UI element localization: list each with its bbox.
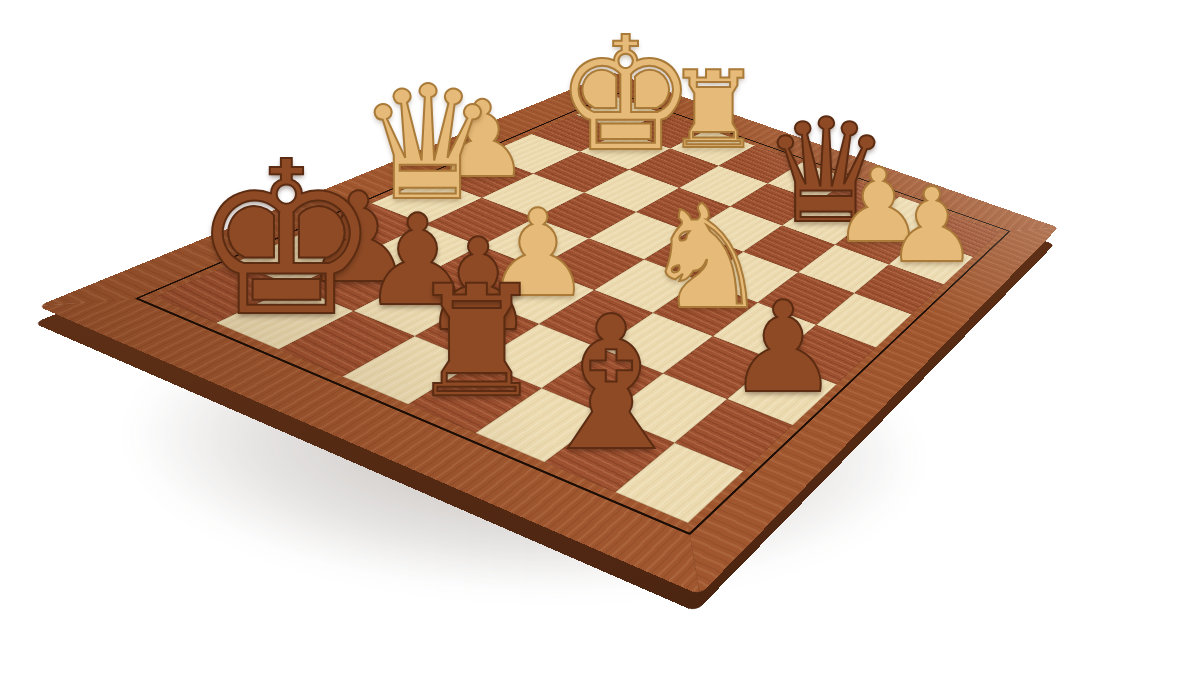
white-king[interactable]: ♚: [555, 16, 696, 173]
product-photo-scene: ♚♛♜♞♟♟♟♟♚♛♜♝♟♟♟♟: [0, 0, 1188, 697]
black-rook[interactable]: ♜: [408, 265, 546, 419]
white-pawn[interactable]: ♟: [886, 174, 978, 277]
black-pawn[interactable]: ♟: [727, 285, 840, 411]
black-bishop[interactable]: ♝: [528, 294, 694, 479]
black-king[interactable]: ♚: [191, 134, 381, 346]
